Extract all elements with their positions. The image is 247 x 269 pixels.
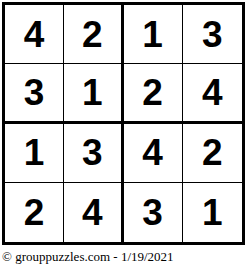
sudoku-page: 4213312413422431 © grouppuzzles.com - 1/… <box>0 0 247 269</box>
cell-r2c1: 3 <box>5 64 64 123</box>
cell-r4c4: 1 <box>183 183 242 242</box>
cell-r1c4: 3 <box>183 5 242 64</box>
cell-r2c2: 1 <box>64 64 123 123</box>
cell-r1c1: 4 <box>5 5 64 64</box>
cell-r3c3: 4 <box>124 124 183 183</box>
cell-r2c3: 2 <box>124 64 183 123</box>
cell-r4c3: 3 <box>124 183 183 242</box>
cell-r4c2: 4 <box>64 183 123 242</box>
cell-r3c1: 1 <box>5 124 64 183</box>
copyright-text: © grouppuzzles.com - 1/19/2021 <box>2 249 174 265</box>
cell-r1c2: 2 <box>64 5 123 64</box>
cell-r3c4: 2 <box>183 124 242 183</box>
cell-r2c4: 4 <box>183 64 242 123</box>
cell-r4c1: 2 <box>5 183 64 242</box>
cell-r1c3: 1 <box>124 5 183 64</box>
cell-r3c2: 3 <box>64 124 123 183</box>
sudoku-board: 4213312413422431 <box>2 2 245 245</box>
